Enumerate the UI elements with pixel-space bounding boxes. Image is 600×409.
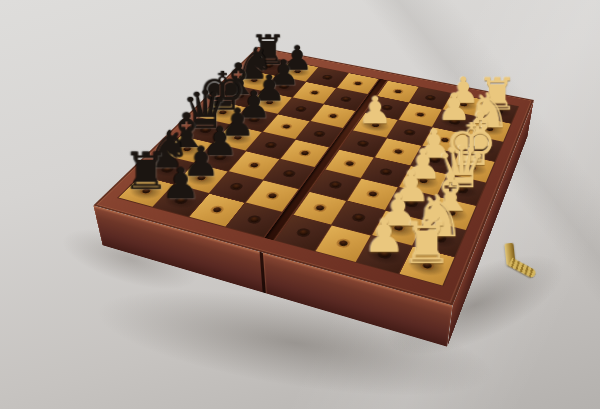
photo-scene: ♜♟♞♟♝♟♚♟♛♟♝♟♞♟♜♟ ♟♜♟♞♟♝♟♚♟♛♟♝♟♞♟♜ — [0, 0, 600, 409]
brass-clasp-icon — [496, 238, 548, 299]
piece-white-pawn-a2: ♟ — [363, 212, 405, 259]
square-a1: ♜ — [399, 246, 454, 285]
piece-white-pawn-f4: ♟ — [358, 92, 392, 130]
fold-seam — [260, 252, 266, 293]
piece-white-rook-a1: ♜ — [401, 214, 453, 272]
clasp-hook — [508, 258, 537, 279]
square-f4: ♟ — [353, 113, 397, 137]
piece-black-pawn-a7: ♟ — [162, 162, 201, 205]
